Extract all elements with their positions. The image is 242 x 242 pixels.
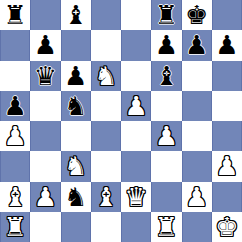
white-pawn-icon[interactable]: ♟ bbox=[215, 153, 238, 179]
square-f6[interactable]: ♝ bbox=[151, 61, 181, 91]
black-rook-icon[interactable]: ♜ bbox=[3, 2, 26, 28]
black-pawn-icon[interactable]: ♟ bbox=[185, 32, 208, 58]
square-e4[interactable] bbox=[121, 121, 151, 151]
square-g4[interactable] bbox=[182, 121, 212, 151]
black-pawn-icon[interactable]: ♟ bbox=[155, 32, 178, 58]
black-knight-icon[interactable]: ♞ bbox=[64, 184, 87, 210]
square-h3[interactable]: ♟ bbox=[212, 151, 242, 181]
square-f1[interactable]: ♜ bbox=[151, 212, 181, 242]
square-e5[interactable]: ♟ bbox=[121, 91, 151, 121]
white-rook-icon[interactable]: ♜ bbox=[3, 214, 26, 240]
square-b1[interactable] bbox=[30, 212, 60, 242]
square-c2[interactable]: ♞ bbox=[61, 182, 91, 212]
square-a5[interactable]: ♟ bbox=[0, 91, 30, 121]
square-f5[interactable] bbox=[151, 91, 181, 121]
black-pawn-icon[interactable]: ♟ bbox=[64, 63, 87, 89]
square-f7[interactable]: ♟ bbox=[151, 30, 181, 60]
square-e2[interactable]: ♛ bbox=[121, 182, 151, 212]
square-a4[interactable]: ♟ bbox=[0, 121, 30, 151]
square-e1[interactable] bbox=[121, 212, 151, 242]
square-d8[interactable] bbox=[91, 0, 121, 30]
square-b3[interactable] bbox=[30, 151, 60, 181]
white-pawn-icon[interactable]: ♟ bbox=[185, 184, 208, 210]
square-f8[interactable]: ♜ bbox=[151, 0, 181, 30]
square-a8[interactable]: ♜ bbox=[0, 0, 30, 30]
square-h1[interactable]: ♚ bbox=[212, 212, 242, 242]
square-a2[interactable]: ♝ bbox=[0, 182, 30, 212]
square-d2[interactable]: ♝ bbox=[91, 182, 121, 212]
square-d4[interactable] bbox=[91, 121, 121, 151]
square-b2[interactable]: ♟ bbox=[30, 182, 60, 212]
white-knight-icon[interactable]: ♞ bbox=[94, 63, 117, 89]
chess-board: ♜♝♜♚♟♟♟♟♛♟♞♝♟♞♟♟♟♞♟♝♟♞♝♛♟♜♜♚ bbox=[0, 0, 242, 242]
square-g3[interactable] bbox=[182, 151, 212, 181]
square-c8[interactable]: ♝ bbox=[61, 0, 91, 30]
square-h2[interactable] bbox=[212, 182, 242, 212]
square-a3[interactable] bbox=[0, 151, 30, 181]
square-a1[interactable]: ♜ bbox=[0, 212, 30, 242]
white-pawn-icon[interactable]: ♟ bbox=[124, 93, 147, 119]
square-b5[interactable] bbox=[30, 91, 60, 121]
black-bishop-icon[interactable]: ♝ bbox=[155, 63, 178, 89]
black-bishop-icon[interactable]: ♝ bbox=[64, 2, 87, 28]
square-e3[interactable] bbox=[121, 151, 151, 181]
black-rook-icon[interactable]: ♜ bbox=[155, 2, 178, 28]
square-e8[interactable] bbox=[121, 0, 151, 30]
white-bishop-icon[interactable]: ♝ bbox=[3, 184, 26, 210]
black-queen-icon[interactable]: ♛ bbox=[34, 63, 57, 89]
square-g2[interactable]: ♟ bbox=[182, 182, 212, 212]
black-king-icon[interactable]: ♚ bbox=[185, 2, 208, 28]
square-h5[interactable] bbox=[212, 91, 242, 121]
square-b7[interactable]: ♟ bbox=[30, 30, 60, 60]
white-pawn-icon[interactable]: ♟ bbox=[34, 184, 57, 210]
square-e7[interactable] bbox=[121, 30, 151, 60]
square-d3[interactable] bbox=[91, 151, 121, 181]
square-f3[interactable] bbox=[151, 151, 181, 181]
square-d1[interactable] bbox=[91, 212, 121, 242]
square-h7[interactable]: ♟ bbox=[212, 30, 242, 60]
white-bishop-icon[interactable]: ♝ bbox=[94, 184, 117, 210]
square-c4[interactable] bbox=[61, 121, 91, 151]
square-c6[interactable]: ♟ bbox=[61, 61, 91, 91]
square-a7[interactable] bbox=[0, 30, 30, 60]
square-h4[interactable] bbox=[212, 121, 242, 151]
square-g1[interactable] bbox=[182, 212, 212, 242]
square-h8[interactable] bbox=[212, 0, 242, 30]
square-c3[interactable]: ♞ bbox=[61, 151, 91, 181]
square-f2[interactable] bbox=[151, 182, 181, 212]
square-d5[interactable] bbox=[91, 91, 121, 121]
square-g6[interactable] bbox=[182, 61, 212, 91]
white-king-icon[interactable]: ♚ bbox=[215, 214, 238, 240]
black-pawn-icon[interactable]: ♟ bbox=[3, 93, 26, 119]
square-h6[interactable] bbox=[212, 61, 242, 91]
white-rook-icon[interactable]: ♜ bbox=[155, 214, 178, 240]
square-c1[interactable] bbox=[61, 212, 91, 242]
black-pawn-icon[interactable]: ♟ bbox=[215, 32, 238, 58]
square-g5[interactable] bbox=[182, 91, 212, 121]
white-queen-icon[interactable]: ♛ bbox=[124, 184, 147, 210]
square-a6[interactable] bbox=[0, 61, 30, 91]
square-g8[interactable]: ♚ bbox=[182, 0, 212, 30]
black-pawn-icon[interactable]: ♟ bbox=[34, 32, 57, 58]
square-b4[interactable] bbox=[30, 121, 60, 151]
square-e6[interactable] bbox=[121, 61, 151, 91]
white-knight-icon[interactable]: ♞ bbox=[64, 153, 87, 179]
square-b6[interactable]: ♛ bbox=[30, 61, 60, 91]
white-pawn-icon[interactable]: ♟ bbox=[3, 123, 26, 149]
square-b8[interactable] bbox=[30, 0, 60, 30]
square-c5[interactable]: ♞ bbox=[61, 91, 91, 121]
square-g7[interactable]: ♟ bbox=[182, 30, 212, 60]
square-c7[interactable] bbox=[61, 30, 91, 60]
black-knight-icon[interactable]: ♞ bbox=[64, 93, 87, 119]
white-pawn-icon[interactable]: ♟ bbox=[155, 123, 178, 149]
square-d7[interactable] bbox=[91, 30, 121, 60]
square-f4[interactable]: ♟ bbox=[151, 121, 181, 151]
square-d6[interactable]: ♞ bbox=[91, 61, 121, 91]
